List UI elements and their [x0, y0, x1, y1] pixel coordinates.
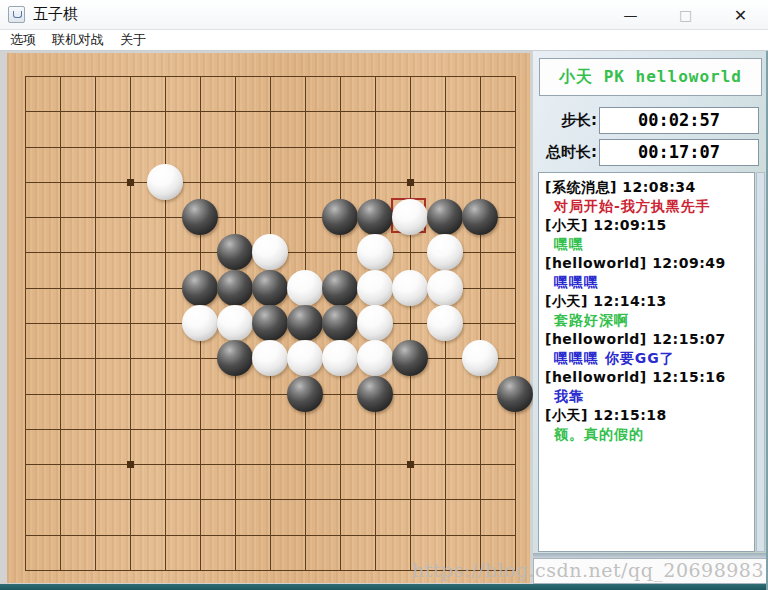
- chat-message-line: 套路好深啊: [545, 311, 752, 330]
- star-point: [127, 461, 134, 468]
- stone-white: [287, 340, 323, 376]
- window-controls: — □ ✕: [603, 0, 768, 30]
- stone-black: [322, 199, 358, 235]
- menu-item-2[interactable]: 关于: [112, 31, 154, 49]
- chat-header-line: [小天] 12:15:18: [545, 406, 752, 425]
- grid-line-v: [410, 76, 411, 571]
- total-time-field: 00:17:07: [599, 139, 759, 166]
- chat-header-line: [helloworld] 12:09:49: [545, 254, 752, 273]
- chat-header-line: [helloworld] 12:15:16: [545, 368, 752, 387]
- chat-input-field[interactable]: [533, 558, 768, 584]
- stone-black: [182, 199, 218, 235]
- menu-item-0[interactable]: 选项: [2, 31, 44, 49]
- stone-black: [357, 199, 393, 235]
- stone-white: [147, 164, 183, 200]
- stone-white: [462, 340, 498, 376]
- title-bar: 五子棋 — □ ✕: [0, 0, 768, 30]
- stone-white: [322, 340, 358, 376]
- grid-line-h: [25, 535, 516, 536]
- stone-black: [217, 234, 253, 270]
- stone-black: [217, 270, 253, 306]
- chat-scrollbar[interactable]: [756, 172, 765, 552]
- stone-white: [392, 270, 428, 306]
- side-panel: 小天 PK helloworld 步长: 00:02:57 总时长: 00:17…: [533, 51, 768, 585]
- stone-black: [182, 270, 218, 306]
- stone-black: [322, 305, 358, 341]
- stone-white: [217, 305, 253, 341]
- stone-white: [357, 234, 393, 270]
- stone-white: [287, 270, 323, 306]
- grid-line-h: [25, 394, 516, 395]
- stone-black: [322, 270, 358, 306]
- chat-header-line: [系统消息] 12:08:34: [545, 178, 752, 197]
- stone-white: [357, 305, 393, 341]
- grid-line-h: [25, 570, 516, 571]
- stone-black: [392, 340, 428, 376]
- stone-black: [357, 376, 393, 412]
- star-point: [407, 179, 414, 186]
- board-grid[interactable]: [25, 76, 516, 571]
- java-app-icon: [8, 6, 25, 23]
- stone-white: [427, 305, 463, 341]
- stone-black: [427, 199, 463, 235]
- window-bottom-edge: [0, 584, 768, 590]
- minimize-button[interactable]: —: [603, 0, 658, 30]
- board-wood: [7, 53, 530, 583]
- chat-message-line: 我靠: [545, 387, 752, 406]
- stone-black: [287, 376, 323, 412]
- stone-black: [462, 199, 498, 235]
- stone-white: [427, 234, 463, 270]
- stone-black: [252, 305, 288, 341]
- close-button[interactable]: ✕: [713, 0, 768, 30]
- menu-item-1[interactable]: 联机对战: [44, 31, 112, 49]
- star-point: [407, 461, 414, 468]
- star-point: [127, 179, 134, 186]
- pk-banner: 小天 PK helloworld: [539, 58, 762, 96]
- grid-line-h: [25, 429, 516, 430]
- chat-message-line: 嘿嘿嘿 你要GG了: [545, 349, 752, 368]
- menu-bar: 选项联机对战关于: [0, 30, 768, 51]
- stone-white: [357, 340, 393, 376]
- stone-white: [392, 199, 428, 235]
- chat-header-line: [小天] 12:09:15: [545, 216, 752, 235]
- stone-black: [287, 305, 323, 341]
- step-time-label: 步长:: [533, 107, 597, 134]
- stone-black: [252, 270, 288, 306]
- stone-white: [182, 305, 218, 341]
- window-title: 五子棋: [33, 5, 78, 24]
- grid-line-v: [480, 76, 481, 571]
- grid-line-v: [515, 76, 516, 571]
- chat-header-line: [小天] 12:14:13: [545, 292, 752, 311]
- stone-white: [427, 270, 463, 306]
- stone-black: [497, 376, 533, 412]
- stone-white: [357, 270, 393, 306]
- chat-message-line: 嘿嘿: [545, 235, 752, 254]
- grid-line-h: [25, 499, 516, 500]
- stone-white: [252, 340, 288, 376]
- step-time-field: 00:02:57: [599, 107, 759, 134]
- maximize-button[interactable]: □: [658, 0, 713, 30]
- gomoku-window: 五子棋 — □ ✕ 选项联机对战关于 小天 PK helloworld 步长: …: [0, 0, 768, 590]
- chat-header-line: [helloworld] 12:15:07: [545, 330, 752, 349]
- board-area: [0, 51, 533, 585]
- chat-log[interactable]: [系统消息] 12:08:34对局开始-我方执黑先手[小天] 12:09:15嘿…: [538, 172, 755, 552]
- chat-message-line: 额。真的假的: [545, 425, 752, 444]
- stone-black: [217, 340, 253, 376]
- chat-message-line: 嘿嘿嘿: [545, 273, 752, 292]
- stone-white: [252, 234, 288, 270]
- total-time-label: 总时长:: [533, 139, 597, 166]
- grid-line-h: [25, 464, 516, 465]
- chat-message-line: 对局开始-我方执黑先手: [545, 197, 752, 216]
